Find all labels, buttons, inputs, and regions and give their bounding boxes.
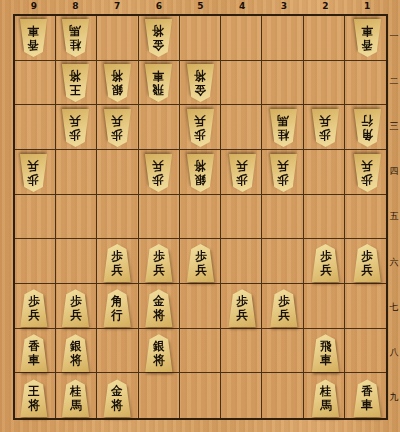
piece-tile: 香車 [18,334,49,372]
piece-tile: 銀将 [185,154,216,192]
piece-kanji: 桂 [320,385,331,399]
piece-kanji: 兵 [278,309,289,323]
piece-王将-82-gote[interactable]: 王将 [60,64,91,102]
piece-kanji: 歩 [153,172,164,186]
piece-kanji: 桂 [278,127,289,141]
square-4-8[interactable] [221,329,262,374]
piece-kanji: 兵 [195,114,206,128]
piece-kanji: 歩 [236,295,247,309]
rank-label-9: 九 [388,375,400,420]
square-5-1[interactable] [180,16,221,61]
piece-kanji: 歩 [320,127,331,141]
piece-飛車-62-gote[interactable]: 飛車 [143,64,174,102]
piece-歩兵-53-gote[interactable]: 歩兵 [185,109,216,147]
piece-kanji: 将 [70,69,81,83]
piece-kanji: 飛 [153,82,164,96]
file-label-8: 8 [55,0,97,13]
piece-kanji: 馬 [70,399,81,413]
piece-kanji: 歩 [361,250,372,264]
piece-tile: 飛車 [310,334,341,372]
square-5-7[interactable] [180,284,221,329]
piece-歩兵-47-sente[interactable]: 歩兵 [227,289,258,327]
piece-tile: 歩兵 [143,244,174,282]
file-label-7: 7 [96,0,138,13]
piece-kanji: 香 [361,385,372,399]
piece-kanji: 兵 [361,264,372,278]
piece-tile: 角行 [352,109,383,147]
rank-label-2: 二 [388,59,400,104]
square-2-7[interactable] [304,284,345,329]
piece-kanji: 兵 [278,159,289,173]
piece-tile: 歩兵 [352,244,383,282]
piece-kanji: 銀 [153,340,164,354]
piece-kanji: 角 [361,127,372,141]
piece-金将-52-gote[interactable]: 金将 [185,64,216,102]
piece-tile: 飛車 [143,64,174,102]
piece-kanji: 兵 [236,309,247,323]
piece-tile: 王将 [60,64,91,102]
file-label-5: 5 [180,0,222,13]
piece-kanji: 金 [153,37,164,51]
piece-kanji: 金 [195,82,206,96]
square-9-3[interactable] [15,105,56,150]
piece-kanji: 兵 [28,309,39,323]
piece-kanji: 香 [361,37,372,51]
square-3-6[interactable] [262,239,303,284]
piece-kanji: 兵 [28,159,39,173]
square-7-1[interactable] [97,16,138,61]
piece-tile: 歩兵 [18,289,49,327]
square-7-5[interactable] [97,195,138,240]
piece-桂馬-81-gote[interactable]: 桂馬 [60,19,91,57]
piece-kanji: 将 [153,24,164,38]
piece-kanji: 将 [111,399,122,413]
piece-銀将-68-sente[interactable]: 銀将 [143,334,174,372]
piece-kanji: 車 [153,69,164,83]
file-label-6: 6 [138,0,180,13]
square-5-9[interactable] [180,373,221,418]
square-4-1[interactable] [221,16,262,61]
piece-tile: 歩兵 [60,109,91,147]
piece-kanji: 将 [153,309,164,323]
rank-label-4: 四 [388,149,400,194]
piece-kanji: 歩 [278,295,289,309]
piece-歩兵-66-sente[interactable]: 歩兵 [143,244,174,282]
piece-歩兵-16-sente[interactable]: 歩兵 [352,244,383,282]
piece-王将-99-sente[interactable]: 王将 [18,379,49,417]
piece-kanji: 歩 [278,172,289,186]
piece-tile: 桂馬 [268,109,299,147]
piece-kanji: 飛 [320,340,331,354]
piece-kanji: 歩 [111,250,122,264]
piece-kanji: 王 [28,385,39,399]
piece-金将-79-sente[interactable]: 金将 [102,379,133,417]
square-6-5[interactable] [139,195,180,240]
piece-kanji: 歩 [320,250,331,264]
rank-label-5: 五 [388,194,400,239]
piece-tile: 桂馬 [310,379,341,417]
file-label-4: 4 [221,0,263,13]
piece-kanji: 馬 [70,24,81,38]
piece-kanji: 将 [70,354,81,368]
square-3-8[interactable] [262,329,303,374]
file-label-9: 9 [13,0,55,13]
piece-kanji: 金 [153,295,164,309]
piece-tile: 桂馬 [60,379,91,417]
piece-kanji: 金 [111,385,122,399]
rank-label-8: 八 [388,330,400,375]
piece-銀将-54-gote[interactable]: 銀将 [185,154,216,192]
piece-kanji: 行 [111,309,122,323]
piece-銀将-72-gote[interactable]: 銀将 [102,64,133,102]
piece-kanji: 兵 [153,264,164,278]
piece-kanji: 桂 [70,385,81,399]
square-7-4[interactable] [97,150,138,195]
piece-tile: 香車 [18,19,49,57]
piece-kanji: 車 [361,24,372,38]
piece-銀将-88-sente[interactable]: 銀将 [60,334,91,372]
square-5-8[interactable] [180,329,221,374]
piece-kanji: 香 [28,37,39,51]
piece-歩兵-23-gote[interactable]: 歩兵 [310,109,341,147]
piece-tile: 歩兵 [227,289,258,327]
square-9-5[interactable] [15,195,56,240]
square-6-3[interactable] [139,105,180,150]
piece-歩兵-97-sente[interactable]: 歩兵 [18,289,49,327]
piece-歩兵-26-sente[interactable]: 歩兵 [310,244,341,282]
piece-kanji: 歩 [28,295,39,309]
piece-桂馬-33-gote[interactable]: 桂馬 [268,109,299,147]
piece-kanji: 将 [28,399,39,413]
file-coordinates: 987654321 [13,0,388,13]
piece-kanji: 歩 [236,172,247,186]
piece-歩兵-44-gote[interactable]: 歩兵 [227,154,258,192]
piece-kanji: 歩 [361,172,372,186]
piece-tile: 桂馬 [60,19,91,57]
piece-kanji: 兵 [361,159,372,173]
piece-桂馬-29-sente[interactable]: 桂馬 [310,379,341,417]
square-9-2[interactable] [15,61,56,106]
rank-label-6: 六 [388,240,400,285]
piece-歩兵-94-gote[interactable]: 歩兵 [18,154,49,192]
piece-tile: 香車 [352,19,383,57]
piece-kanji: 歩 [153,250,164,264]
piece-tile: 香車 [352,379,383,417]
piece-kanji: 歩 [111,127,122,141]
piece-kanji: 兵 [111,114,122,128]
piece-kanji: 銀 [195,172,206,186]
piece-kanji: 歩 [28,172,39,186]
piece-歩兵-64-gote[interactable]: 歩兵 [143,154,174,192]
piece-kanji: 桂 [70,37,81,51]
piece-tile: 歩兵 [268,154,299,192]
piece-kanji: 歩 [195,127,206,141]
piece-kanji: 将 [195,159,206,173]
piece-kanji: 車 [28,354,39,368]
piece-kanji: 兵 [153,159,164,173]
piece-tile: 金将 [143,289,174,327]
piece-kanji: 歩 [70,295,81,309]
piece-歩兵-76-sente[interactable]: 歩兵 [102,244,133,282]
square-1-2[interactable] [345,61,386,106]
piece-kanji: 将 [111,69,122,83]
file-label-3: 3 [263,0,305,13]
square-3-1[interactable] [262,16,303,61]
shogi-app-window: 987654321 一二三四五六七八九 香車桂馬金将香車王将銀将飛車金将歩兵歩兵… [0,0,400,432]
square-6-9[interactable] [139,373,180,418]
square-4-6[interactable] [221,239,262,284]
rank-label-3: 三 [388,104,400,149]
square-3-9[interactable] [262,373,303,418]
piece-kanji: 兵 [195,264,206,278]
piece-kanji: 歩 [70,127,81,141]
square-3-5[interactable] [262,195,303,240]
piece-tile: 金将 [102,379,133,417]
square-1-8[interactable] [345,329,386,374]
square-2-5[interactable] [304,195,345,240]
piece-kanji: 将 [195,69,206,83]
piece-歩兵-14-gote[interactable]: 歩兵 [352,154,383,192]
piece-tile: 角行 [102,289,133,327]
piece-kanji: 車 [361,399,372,413]
file-label-2: 2 [305,0,347,13]
square-4-5[interactable] [221,195,262,240]
piece-kanji: 王 [70,82,81,96]
piece-kanji: 馬 [278,114,289,128]
piece-香車-98-sente[interactable]: 香車 [18,334,49,372]
rank-label-7: 七 [388,285,400,330]
piece-tile: 歩兵 [352,154,383,192]
piece-金将-67-sente[interactable]: 金将 [143,289,174,327]
piece-kanji: 銀 [111,82,122,96]
piece-tile: 歩兵 [18,154,49,192]
piece-香車-11-gote[interactable]: 香車 [352,19,383,57]
piece-歩兵-87-sente[interactable]: 歩兵 [60,289,91,327]
piece-香車-19-sente[interactable]: 香車 [352,379,383,417]
piece-歩兵-73-gote[interactable]: 歩兵 [102,109,133,147]
piece-tile: 歩兵 [143,154,174,192]
square-3-2[interactable] [262,61,303,106]
square-1-7[interactable] [345,284,386,329]
piece-香車-91-gote[interactable]: 香車 [18,19,49,57]
piece-tile: 歩兵 [185,109,216,147]
piece-金将-61-gote[interactable]: 金将 [143,19,174,57]
piece-kanji: 兵 [320,114,331,128]
rank-label-1: 一 [388,14,400,59]
square-4-3[interactable] [221,105,262,150]
piece-kanji: 将 [153,354,164,368]
piece-角行-77-sente[interactable]: 角行 [102,289,133,327]
piece-飛車-28-sente[interactable]: 飛車 [310,334,341,372]
piece-kanji: 兵 [320,264,331,278]
piece-tile: 歩兵 [102,244,133,282]
piece-kanji: 角 [111,295,122,309]
piece-kanji: 歩 [195,250,206,264]
square-1-5[interactable] [345,195,386,240]
piece-角行-13-gote[interactable]: 角行 [352,109,383,147]
piece-tile: 歩兵 [227,154,258,192]
piece-tile: 歩兵 [185,244,216,282]
piece-歩兵-34-gote[interactable]: 歩兵 [268,154,299,192]
square-7-8[interactable] [97,329,138,374]
piece-歩兵-37-sente[interactable]: 歩兵 [268,289,299,327]
square-2-2[interactable] [304,61,345,106]
file-label-1: 1 [346,0,388,13]
piece-tile: 歩兵 [310,244,341,282]
piece-歩兵-56-sente[interactable]: 歩兵 [185,244,216,282]
piece-tile: 銀将 [60,334,91,372]
piece-tile: 歩兵 [60,289,91,327]
piece-tile: 歩兵 [268,289,299,327]
piece-kanji: 馬 [320,399,331,413]
piece-kanji: 行 [361,114,372,128]
piece-kanji: 兵 [70,114,81,128]
square-5-5[interactable] [180,195,221,240]
square-8-5[interactable] [56,195,97,240]
piece-kanji: 車 [28,24,39,38]
piece-kanji: 兵 [111,264,122,278]
piece-歩兵-83-gote[interactable]: 歩兵 [60,109,91,147]
piece-tile: 銀将 [102,64,133,102]
piece-kanji: 兵 [70,309,81,323]
piece-tile: 歩兵 [102,109,133,147]
square-2-1[interactable] [304,16,345,61]
piece-tile: 金将 [185,64,216,102]
square-4-9[interactable] [221,373,262,418]
rank-coordinates: 一二三四五六七八九 [388,14,400,420]
piece-kanji: 兵 [236,159,247,173]
square-8-6[interactable] [56,239,97,284]
piece-tile: 金将 [143,19,174,57]
piece-tile: 歩兵 [310,109,341,147]
piece-kanji: 銀 [70,340,81,354]
piece-tile: 銀将 [143,334,174,372]
square-4-2[interactable] [221,61,262,106]
square-2-4[interactable] [304,150,345,195]
piece-桂馬-89-sente[interactable]: 桂馬 [60,379,91,417]
piece-tile: 王将 [18,379,49,417]
square-9-6[interactable] [15,239,56,284]
square-8-4[interactable] [56,150,97,195]
piece-kanji: 車 [320,354,331,368]
piece-kanji: 香 [28,340,39,354]
